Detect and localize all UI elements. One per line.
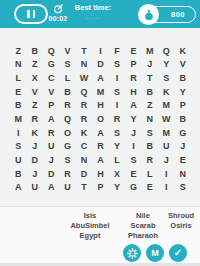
grid-cell[interactable]: M: [142, 44, 158, 58]
grid-cell[interactable]: S: [109, 58, 125, 72]
grid-cell[interactable]: B: [10, 99, 26, 113]
grid-cell[interactable]: D: [92, 58, 108, 72]
grid-cell[interactable]: K: [158, 85, 174, 99]
grid-cell[interactable]: Y: [109, 139, 125, 153]
grid-cell[interactable]: B: [175, 71, 191, 85]
check-button[interactable]: ✓: [169, 244, 187, 262]
stopwatch-icon: [53, 3, 64, 14]
grid-cell[interactable]: L: [59, 71, 75, 85]
grid-cell[interactable]: V: [175, 58, 191, 72]
grid-cell[interactable]: K: [76, 126, 92, 140]
grid-cell[interactable]: A: [125, 99, 141, 113]
best-time-label: Best time:: [63, 3, 123, 12]
grid-cell[interactable]: S: [175, 180, 191, 194]
grid-cell[interactable]: I: [125, 139, 141, 153]
grid-cell[interactable]: Q: [43, 44, 59, 58]
grid-cell[interactable]: D: [43, 167, 59, 181]
grid-cell[interactable]: B: [10, 167, 26, 181]
grid-cell[interactable]: E: [10, 85, 26, 99]
grid-cell[interactable]: A: [43, 112, 59, 126]
grid-cell[interactable]: R: [125, 71, 141, 85]
grid-cell[interactable]: R: [59, 167, 75, 181]
grid-cell[interactable]: L: [142, 167, 158, 181]
grid-cell[interactable]: Z: [26, 58, 42, 72]
grid-cell[interactable]: J: [158, 153, 174, 167]
grid-cell[interactable]: E: [125, 167, 141, 181]
grid-cell[interactable]: G: [43, 58, 59, 72]
grid-cell[interactable]: Q: [158, 44, 174, 58]
grid-cell[interactable]: C: [43, 71, 59, 85]
starburst-icon: [127, 248, 138, 259]
grid-cell[interactable]: D: [76, 167, 92, 181]
grid-cell[interactable]: R: [43, 126, 59, 140]
grid-cell[interactable]: J: [43, 153, 59, 167]
m-button[interactable]: M: [146, 244, 164, 262]
grid-cell[interactable]: S: [158, 71, 174, 85]
grid-cell[interactable]: G: [175, 126, 191, 140]
grid-cell[interactable]: R: [142, 153, 158, 167]
grid-cell[interactable]: N: [10, 58, 26, 72]
grid-cell[interactable]: O: [59, 126, 75, 140]
best-time-value: --:--: [63, 15, 123, 21]
grid-cell[interactable]: U: [26, 180, 42, 194]
coins-value: 800: [161, 7, 195, 22]
grid-cell[interactable]: M: [158, 126, 174, 140]
grid-cell[interactable]: E: [175, 153, 191, 167]
grid-cell[interactable]: S: [59, 58, 75, 72]
grid-cell[interactable]: J: [142, 58, 158, 72]
grid-cell[interactable]: H: [125, 85, 141, 99]
grid-cell[interactable]: Y: [158, 58, 174, 72]
grid-cell[interactable]: C: [76, 139, 92, 153]
grid-cell[interactable]: R: [26, 112, 42, 126]
hint-button[interactable]: [123, 244, 141, 262]
grid-cell[interactable]: L: [109, 153, 125, 167]
grid-cell[interactable]: A: [92, 153, 108, 167]
grid-cell[interactable]: R: [109, 112, 125, 126]
word-item: Shroud: [161, 211, 200, 221]
grid-cell[interactable]: Z: [26, 99, 42, 113]
grid-cell[interactable]: V: [26, 85, 42, 99]
grid-cell[interactable]: M: [158, 99, 174, 113]
word-item: Osiris: [161, 221, 200, 231]
grid-cell[interactable]: I: [109, 71, 125, 85]
grid-cell[interactable]: G: [125, 180, 141, 194]
grid-cell[interactable]: N: [76, 153, 92, 167]
grid-cell[interactable]: S: [142, 126, 158, 140]
grid-cell[interactable]: Q: [76, 85, 92, 99]
grid-cell[interactable]: K: [175, 44, 191, 58]
grid-cell[interactable]: Z: [142, 99, 158, 113]
grid-cell[interactable]: B: [26, 44, 42, 58]
grid-cell[interactable]: X: [109, 167, 125, 181]
grid-cell[interactable]: H: [92, 99, 108, 113]
grid-cell[interactable]: A: [92, 126, 108, 140]
grid-cell[interactable]: X: [26, 71, 42, 85]
grid-cell[interactable]: W: [158, 112, 174, 126]
grid-cell[interactable]: N: [76, 58, 92, 72]
grid-cell[interactable]: S: [109, 126, 125, 140]
grid-cell[interactable]: I: [92, 44, 108, 58]
grid-cell[interactable]: I: [158, 167, 174, 181]
grid-cell[interactable]: J: [175, 139, 191, 153]
grid-cell[interactable]: T: [76, 180, 92, 194]
word-search-app: 00:02 Best time: --:-- 800 ZBQVTIFEMQKNZ…: [0, 0, 200, 266]
best-time: Best time: --:--: [63, 3, 123, 21]
grid-cell[interactable]: R: [76, 112, 92, 126]
grid-cell[interactable]: H: [92, 167, 108, 181]
grid-cell[interactable]: S: [109, 85, 125, 99]
word-column-3: ShroudOsiris: [161, 211, 200, 231]
grid-cell[interactable]: R: [92, 139, 108, 153]
letter-grid: ZBQVTIFEMQKNZGSNDSPJYVLXCLWAIRTSBEVVBQMS…: [10, 44, 191, 194]
grid-cell[interactable]: Y: [109, 180, 125, 194]
grid-cell[interactable]: M: [10, 112, 26, 126]
grid-cell[interactable]: A: [10, 180, 26, 194]
grid-cell[interactable]: F: [109, 44, 125, 58]
grid-cell[interactable]: P: [43, 99, 59, 113]
grid-cell[interactable]: J: [26, 139, 42, 153]
grid-cell[interactable]: I: [10, 126, 26, 140]
checkmark-icon: ✓: [174, 248, 182, 258]
grid-cell[interactable]: Q: [59, 112, 75, 126]
grid-cell[interactable]: R: [76, 99, 92, 113]
grid-cell[interactable]: U: [10, 153, 26, 167]
grid-cell[interactable]: I: [109, 99, 125, 113]
grid-cell[interactable]: O: [92, 112, 108, 126]
coins-display[interactable]: 800: [140, 6, 196, 23]
grid-cell[interactable]: W: [76, 71, 92, 85]
grid-cell[interactable]: B: [142, 85, 158, 99]
pause-icon: [27, 10, 30, 18]
grid-cell[interactable]: P: [125, 58, 141, 72]
grid-cell[interactable]: K: [26, 126, 42, 140]
grid-cell[interactable]: P: [175, 99, 191, 113]
grid-cell[interactable]: B: [175, 112, 191, 126]
word-item: Pharaoh: [112, 231, 174, 241]
m-icon: M: [151, 249, 159, 258]
grid-cell[interactable]: G: [59, 139, 75, 153]
grid-cell[interactable]: T: [76, 44, 92, 58]
grid-cell[interactable]: S: [10, 139, 26, 153]
pause-button[interactable]: [14, 4, 48, 24]
grid-cell[interactable]: I: [158, 180, 174, 194]
grid-cell[interactable]: Z: [10, 44, 26, 58]
grid-cell[interactable]: T: [142, 71, 158, 85]
grid-cell[interactable]: B: [59, 85, 75, 99]
grid-cell[interactable]: L: [10, 71, 26, 85]
grid-cell[interactable]: N: [142, 112, 158, 126]
grid-cell[interactable]: Y: [125, 112, 141, 126]
grid-cell[interactable]: J: [125, 126, 141, 140]
word-list-panel: IsisAbuSimbelEgypt NileScarabPharaoh Shr…: [0, 206, 200, 266]
grid-cell[interactable]: E: [125, 44, 141, 58]
grid-cell[interactable]: S: [125, 153, 141, 167]
grid-cell[interactable]: P: [92, 180, 108, 194]
grid-cell[interactable]: N: [175, 167, 191, 181]
pause-icon: [33, 10, 36, 18]
grid-cell[interactable]: U: [59, 180, 75, 194]
grid-cell[interactable]: V: [43, 85, 59, 99]
grid-cell[interactable]: J: [26, 167, 42, 181]
grid-cell[interactable]: U: [158, 139, 174, 153]
grid-cell[interactable]: A: [92, 71, 108, 85]
grid-cell[interactable]: A: [43, 180, 59, 194]
grid-cell[interactable]: R: [59, 99, 75, 113]
top-bar: 00:02 Best time: --:-- 800: [0, 0, 200, 28]
grid-cell[interactable]: M: [92, 85, 108, 99]
grid-cell[interactable]: V: [59, 44, 75, 58]
grid-cell[interactable]: Y: [175, 85, 191, 99]
grid-cell[interactable]: D: [26, 153, 42, 167]
grid-cell[interactable]: S: [59, 153, 75, 167]
grid-cell[interactable]: U: [43, 139, 59, 153]
grid-cell[interactable]: E: [142, 180, 158, 194]
grid-cell[interactable]: B: [142, 139, 158, 153]
money-bag-icon: [138, 4, 159, 25]
